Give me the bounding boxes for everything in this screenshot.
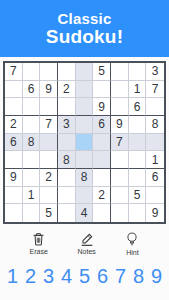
sudoku-cell-r6c1[interactable]	[5, 151, 23, 169]
sudoku-cell-r9c1[interactable]	[5, 204, 23, 222]
sudoku-cell-r3c3[interactable]	[40, 98, 58, 116]
numpad-4[interactable]: 4	[61, 263, 72, 289]
sudoku-cell-r4c4[interactable]: 3	[58, 116, 76, 134]
sudoku-cell-r1c2[interactable]	[23, 63, 41, 81]
sudoku-cell-r4c8[interactable]	[129, 116, 147, 134]
sudoku-cell-r1c9[interactable]: 3	[146, 63, 164, 81]
sudoku-cell-r2c5[interactable]	[76, 81, 94, 99]
sudoku-app: Classic Sudoku! 753692179627369868781928…	[0, 0, 169, 300]
sudoku-cell-r4c5[interactable]	[76, 116, 94, 134]
sudoku-cell-r2c8[interactable]: 1	[129, 81, 147, 99]
sudoku-cell-r7c7[interactable]	[111, 169, 129, 187]
sudoku-cell-r2c7[interactable]	[111, 81, 129, 99]
sudoku-cell-r3c7[interactable]	[111, 98, 129, 116]
erase-button[interactable]: Erase	[30, 231, 48, 256]
numpad-3[interactable]: 3	[43, 263, 54, 289]
sudoku-cell-r6c6[interactable]	[93, 151, 111, 169]
sudoku-cell-r3c1[interactable]	[5, 98, 23, 116]
sudoku-cell-r7c1[interactable]: 9	[5, 169, 23, 187]
sudoku-cell-r9c2[interactable]	[23, 204, 41, 222]
sudoku-cell-r8c7[interactable]	[111, 187, 129, 205]
sudoku-cell-r5c6[interactable]	[93, 134, 111, 152]
sudoku-cell-r7c2[interactable]	[23, 169, 41, 187]
trash-icon	[31, 231, 46, 247]
erase-label: Erase	[30, 248, 48, 256]
sudoku-cell-r4c9[interactable]: 8	[146, 116, 164, 134]
sudoku-cell-r7c3[interactable]: 2	[40, 169, 58, 187]
sudoku-cell-r3c6[interactable]: 9	[93, 98, 111, 116]
numpad-7[interactable]: 7	[115, 263, 126, 289]
numpad-1[interactable]: 1	[7, 263, 18, 289]
sudoku-cell-r9c5[interactable]: 4	[76, 204, 94, 222]
notes-label: Notes	[77, 248, 95, 256]
sudoku-cell-r2c4[interactable]: 2	[58, 81, 76, 99]
sudoku-cell-r6c3[interactable]	[40, 151, 58, 169]
sudoku-cell-r9c9[interactable]: 9	[146, 204, 164, 222]
sudoku-cell-r7c8[interactable]	[129, 169, 147, 187]
sudoku-cell-r8c2[interactable]: 1	[23, 187, 41, 205]
sudoku-cell-r6c5[interactable]	[76, 151, 94, 169]
sudoku-cell-r7c5[interactable]: 8	[76, 169, 94, 187]
sudoku-cell-r6c9[interactable]: 1	[146, 151, 164, 169]
sudoku-cell-r7c6[interactable]	[93, 169, 111, 187]
sudoku-cell-r6c2[interactable]	[23, 151, 41, 169]
sudoku-cell-r1c5[interactable]	[76, 63, 94, 81]
app-title-line2: Sudoku!	[46, 27, 123, 47]
sudoku-cell-r7c4[interactable]	[58, 169, 76, 187]
sudoku-cell-r9c8[interactable]	[129, 204, 147, 222]
sudoku-cell-r8c1[interactable]	[5, 187, 23, 205]
sudoku-cell-r8c9[interactable]	[146, 187, 164, 205]
sudoku-cell-r8c5[interactable]	[76, 187, 94, 205]
sudoku-cell-r7c9[interactable]: 6	[146, 169, 164, 187]
sudoku-cell-r2c3[interactable]: 9	[40, 81, 58, 99]
sudoku-cell-r1c1[interactable]: 7	[5, 63, 23, 81]
sudoku-cell-r1c4[interactable]	[58, 63, 76, 81]
sudoku-cell-r4c7[interactable]: 9	[111, 116, 129, 134]
sudoku-cell-r1c3[interactable]	[40, 63, 58, 81]
notes-button[interactable]: Notes	[77, 231, 95, 256]
app-title-line1: Classic	[58, 10, 112, 27]
sudoku-cell-r9c7[interactable]	[111, 204, 129, 222]
sudoku-cell-r2c9[interactable]: 7	[146, 81, 164, 99]
numpad-5[interactable]: 5	[79, 263, 90, 289]
numpad-9[interactable]: 9	[151, 263, 162, 289]
sudoku-cell-r4c6[interactable]: 6	[93, 116, 111, 134]
sudoku-cell-r8c3[interactable]	[40, 187, 58, 205]
sudoku-cell-r4c2[interactable]	[23, 116, 41, 134]
sudoku-cell-r5c8[interactable]	[129, 134, 147, 152]
hint-button[interactable]: Hint	[125, 231, 139, 257]
sudoku-cell-r1c7[interactable]	[111, 63, 129, 81]
sudoku-cell-r4c3[interactable]: 7	[40, 116, 58, 134]
sudoku-cell-r8c6[interactable]: 2	[93, 187, 111, 205]
sudoku-cell-r3c8[interactable]: 6	[129, 98, 147, 116]
sudoku-cell-r9c6[interactable]	[93, 204, 111, 222]
toolbar: Erase Notes Hint	[0, 231, 169, 257]
sudoku-cell-r9c3[interactable]: 5	[40, 204, 58, 222]
sudoku-cell-r5c2[interactable]: 8	[23, 134, 41, 152]
sudoku-cell-r6c8[interactable]	[129, 151, 147, 169]
sudoku-cell-r4c1[interactable]: 2	[5, 116, 23, 134]
sudoku-cell-r8c4[interactable]	[58, 187, 76, 205]
sudoku-cell-r3c5[interactable]	[76, 98, 94, 116]
hint-label: Hint	[126, 249, 138, 257]
sudoku-cell-r2c1[interactable]	[5, 81, 23, 99]
pencil-icon	[79, 231, 95, 247]
sudoku-cell-r1c8[interactable]	[129, 63, 147, 81]
sudoku-cell-r5c5[interactable]	[76, 134, 94, 152]
sudoku-cell-r2c2[interactable]: 6	[23, 81, 41, 99]
numpad-8[interactable]: 8	[133, 263, 144, 289]
sudoku-cell-r6c7[interactable]	[111, 151, 129, 169]
sudoku-cell-r5c9[interactable]	[146, 134, 164, 152]
number-pad: 123456789	[0, 263, 169, 289]
sudoku-cell-r3c2[interactable]	[23, 98, 41, 116]
sudoku-cell-r5c7[interactable]: 7	[111, 134, 129, 152]
lightbulb-icon	[125, 231, 139, 248]
sudoku-cell-r5c3[interactable]	[40, 134, 58, 152]
sudoku-cell-r3c4[interactable]	[58, 98, 76, 116]
numpad-2[interactable]: 2	[25, 263, 36, 289]
sudoku-cell-r8c8[interactable]: 5	[129, 187, 147, 205]
sudoku-cell-r9c4[interactable]	[58, 204, 76, 222]
sudoku-cell-r2c6[interactable]	[93, 81, 111, 99]
sudoku-cell-r6c4[interactable]: 8	[58, 151, 76, 169]
header: Classic Sudoku!	[0, 0, 169, 57]
sudoku-cell-r3c9[interactable]	[146, 98, 164, 116]
numpad-6[interactable]: 6	[97, 263, 108, 289]
sudoku-board: 7536921796273698687819286125549	[3, 61, 166, 224]
sudoku-cell-r5c1[interactable]: 6	[5, 134, 23, 152]
sudoku-cell-r1c6[interactable]: 5	[93, 63, 111, 81]
sudoku-cell-r5c4[interactable]	[58, 134, 76, 152]
